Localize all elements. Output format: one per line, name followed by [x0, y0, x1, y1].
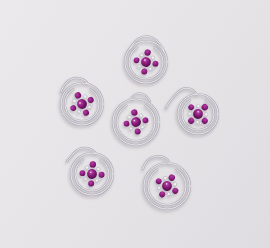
purple-gem-north — [144, 49, 151, 56]
photo-hair-pins-on-grey-surface — [0, 0, 270, 248]
purple-gem-west — [79, 170, 85, 176]
purple-gem-west — [155, 177, 163, 185]
hair-pin-middle-right — [165, 81, 231, 147]
purple-gem-north — [74, 91, 83, 100]
purple-gem-east — [87, 96, 95, 104]
purple-gem-center — [160, 179, 173, 192]
crystal-cluster — [78, 160, 105, 187]
purple-gem-north — [89, 161, 96, 168]
purple-gem-west — [69, 104, 77, 112]
purple-gem-south — [88, 180, 95, 187]
purple-gem-east — [152, 60, 159, 67]
purple-gem-east — [98, 172, 105, 179]
purple-gem-center — [130, 116, 141, 127]
purple-gem-south — [187, 117, 195, 125]
hair-pin-bottom-right — [134, 153, 200, 219]
crystal-cluster — [132, 47, 161, 76]
spiral-wire — [166, 88, 218, 134]
purple-gem-center — [75, 97, 88, 110]
purple-gem-center — [140, 56, 151, 67]
purple-gem-north — [200, 103, 209, 112]
purple-gem-south — [134, 128, 141, 135]
purple-gem-north — [167, 173, 176, 182]
purple-gem-east — [142, 117, 149, 124]
crystal-cluster — [150, 169, 184, 204]
purple-gem-south — [82, 109, 90, 117]
crystal-cluster — [180, 96, 216, 132]
purple-gem-east — [201, 117, 209, 125]
pins-layer — [0, 0, 270, 248]
purple-gem-north — [131, 109, 138, 116]
purple-gem-south — [141, 68, 148, 75]
purple-gem-south — [158, 190, 166, 198]
hair-pin-bottom-left — [59, 141, 125, 207]
purple-gem-west — [187, 103, 195, 111]
purple-gem-west — [123, 120, 130, 127]
purple-gem-center — [87, 169, 98, 180]
crystal-cluster — [121, 107, 150, 136]
purple-gem-west — [133, 57, 140, 64]
